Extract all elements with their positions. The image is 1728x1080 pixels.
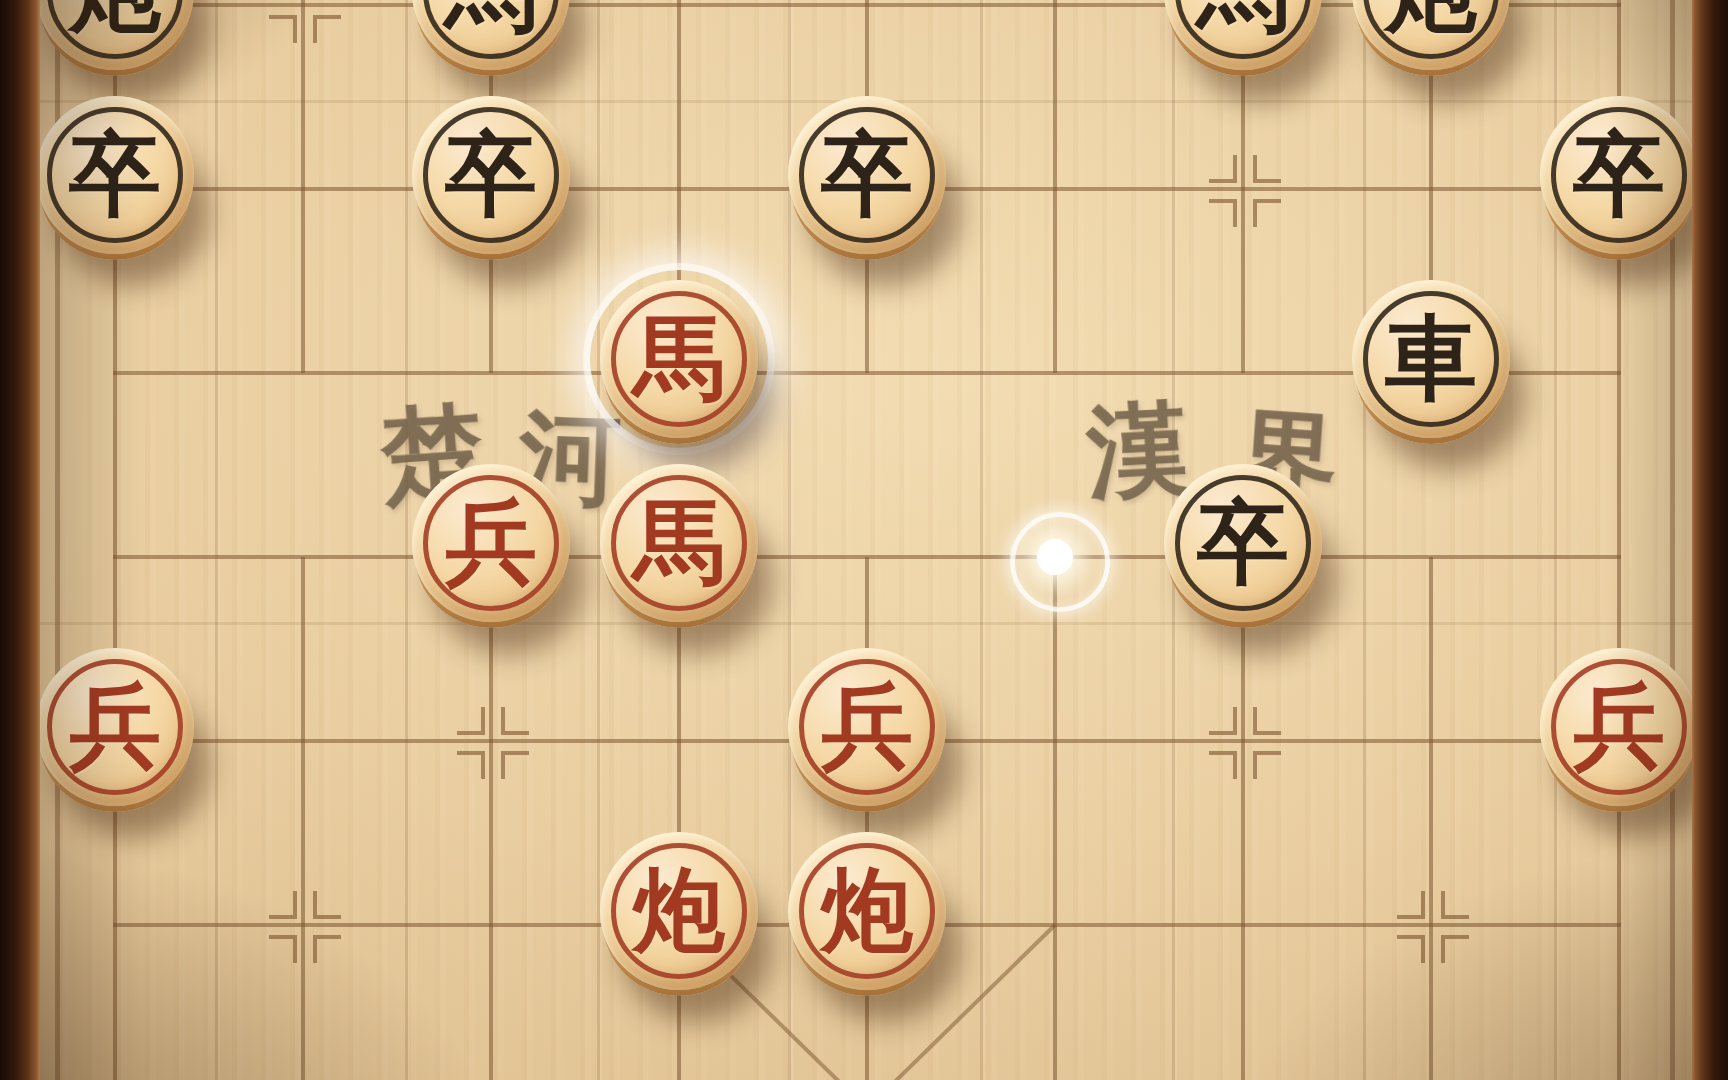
piece-glyph: 馬 <box>600 280 758 438</box>
piece-glyph: 炮 <box>788 832 946 990</box>
black-soldier[interactable]: 卒 <box>412 96 570 254</box>
piece-glyph: 卒 <box>1540 96 1698 254</box>
red-soldier[interactable]: 兵 <box>412 464 570 622</box>
red-horse[interactable]: 馬 <box>600 464 758 622</box>
board-frame-right <box>1692 0 1728 1080</box>
red-soldier[interactable]: 兵 <box>1540 648 1698 806</box>
black-soldier[interactable]: 卒 <box>1164 464 1322 622</box>
red-cannon[interactable]: 炮 <box>788 832 946 990</box>
black-horse[interactable]: 馬 <box>1164 0 1322 70</box>
piece-glyph: 卒 <box>1164 464 1322 622</box>
piece-glyph: 兵 <box>1540 648 1698 806</box>
xiangqi-board[interactable]: 楚河漢界 炮馬馬炮卒卒卒卒車馬兵馬卒兵兵兵炮炮 <box>0 0 1728 1080</box>
piece-glyph: 馬 <box>1164 0 1322 70</box>
piece-glyph: 炮 <box>600 832 758 990</box>
piece-glyph: 卒 <box>36 96 194 254</box>
board-frame-left <box>0 0 40 1080</box>
piece-glyph: 兵 <box>412 464 570 622</box>
piece-glyph: 炮 <box>36 0 194 70</box>
piece-glyph: 馬 <box>412 0 570 70</box>
piece-glyph: 卒 <box>788 96 946 254</box>
red-horse-highlighted[interactable]: 馬 <box>600 280 758 438</box>
black-horse[interactable]: 馬 <box>412 0 570 70</box>
black-soldier[interactable]: 卒 <box>36 96 194 254</box>
red-soldier[interactable]: 兵 <box>788 648 946 806</box>
black-cannon[interactable]: 炮 <box>1352 0 1510 70</box>
piece-glyph: 兵 <box>36 648 194 806</box>
piece-glyph: 炮 <box>1352 0 1510 70</box>
red-cannon[interactable]: 炮 <box>600 832 758 990</box>
piece-glyph: 馬 <box>600 464 758 622</box>
piece-glyph: 車 <box>1352 280 1510 438</box>
black-chariot[interactable]: 車 <box>1352 280 1510 438</box>
piece-glyph: 卒 <box>412 96 570 254</box>
piece-layer: 炮馬馬炮卒卒卒卒車馬兵馬卒兵兵兵炮炮 <box>0 0 1728 1080</box>
black-soldier[interactable]: 卒 <box>1540 96 1698 254</box>
black-soldier[interactable]: 卒 <box>788 96 946 254</box>
piece-glyph: 兵 <box>788 648 946 806</box>
red-soldier[interactable]: 兵 <box>36 648 194 806</box>
black-cannon[interactable]: 炮 <box>36 0 194 70</box>
